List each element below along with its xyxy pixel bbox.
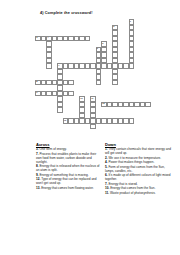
cell-number: 6 — [97, 47, 98, 49]
cell-number: 9 — [36, 91, 37, 93]
cell-number: 7 — [58, 64, 59, 66]
cell-number: 1 — [130, 20, 131, 22]
cell-number: 13 — [64, 119, 66, 121]
grid-cell[interactable] — [68, 91, 74, 97]
grid-cell[interactable] — [57, 107, 63, 113]
clue-item: 6. It's made up of different colours of … — [105, 174, 171, 182]
cell-number: 11 — [91, 97, 93, 99]
cell-number: 12 — [102, 102, 104, 104]
cell-number: 2 — [113, 25, 114, 27]
cell-number: 5 — [102, 42, 103, 44]
page-title: 4) Complete the crossword! — [40, 11, 93, 15]
grid-cell[interactable] — [145, 102, 151, 108]
cell-number: 8 — [36, 80, 37, 82]
grid-cell[interactable] — [112, 80, 118, 86]
grid-cell[interactable] — [85, 36, 91, 42]
clue-item: 13. Energy that comes from flowing water… — [36, 187, 100, 191]
clue-item: 7. Process that enables plants to make t… — [36, 153, 100, 165]
grid-cell[interactable] — [46, 63, 52, 69]
cell-number: 3 — [36, 36, 37, 38]
grid-cell[interactable] — [68, 80, 74, 86]
down-clues: Down 1. They contain chemicals that stor… — [105, 142, 171, 196]
clue-item: 1. They contain chemicals that store ene… — [105, 148, 171, 156]
grid-cell[interactable] — [129, 63, 135, 69]
grid-cell[interactable] — [96, 80, 102, 86]
across-clues: Across 3. One form of energy.7. Process … — [36, 142, 100, 191]
cell-number: 10 — [80, 97, 82, 99]
clue-item: 8. Energy that is released when the nucl… — [36, 165, 100, 173]
clue-item: 12. Type of energy that can be replaced … — [36, 178, 100, 186]
crossword-grid: 12345678910111213 — [35, 19, 151, 129]
cell-number: 4 — [47, 36, 48, 38]
grid-cell[interactable] — [129, 118, 135, 124]
clue-item: 11. Waste product of photosynthesis. — [105, 192, 171, 196]
grid-cell[interactable] — [90, 124, 96, 130]
